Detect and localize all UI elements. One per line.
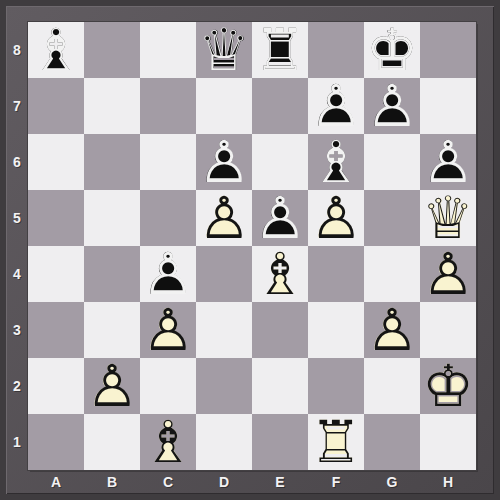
square-e6[interactable] bbox=[252, 134, 308, 190]
rank-label-1: 1 bbox=[6, 414, 28, 470]
square-e7[interactable] bbox=[252, 78, 308, 134]
chess-diagram-window: 87654321 ♝♗♛♕♜♖♚♔♟♙♟♙♟♙♝♗♟♙♟♙♟♙♟♙♛♕♟♙♝♗♟… bbox=[0, 0, 500, 500]
piece-black-queen-d8[interactable]: ♛♕ bbox=[196, 22, 252, 78]
square-a7[interactable] bbox=[28, 78, 84, 134]
square-h2[interactable]: ♚♔ bbox=[420, 358, 476, 414]
square-a4[interactable] bbox=[28, 246, 84, 302]
square-e2[interactable] bbox=[252, 358, 308, 414]
square-h5[interactable]: ♛♕ bbox=[420, 190, 476, 246]
white-king-outline-glyph: ♔ bbox=[422, 358, 474, 414]
square-e4[interactable]: ♝♗ bbox=[252, 246, 308, 302]
square-a2[interactable] bbox=[28, 358, 84, 414]
black-rook-outline-glyph: ♖ bbox=[254, 22, 306, 78]
square-f2[interactable] bbox=[308, 358, 364, 414]
square-b6[interactable] bbox=[84, 134, 140, 190]
piece-white-pawn-c3[interactable]: ♟♙ bbox=[140, 302, 196, 358]
square-g8[interactable]: ♚♔ bbox=[364, 22, 420, 78]
square-f7[interactable]: ♟♙ bbox=[308, 78, 364, 134]
square-b7[interactable] bbox=[84, 78, 140, 134]
square-g1[interactable] bbox=[364, 414, 420, 470]
black-pawn-outline-glyph: ♙ bbox=[366, 78, 418, 134]
rank-label-3: 3 bbox=[6, 302, 28, 358]
square-c7[interactable] bbox=[140, 78, 196, 134]
square-e8[interactable]: ♜♖ bbox=[252, 22, 308, 78]
black-bishop-outline-glyph: ♗ bbox=[30, 22, 82, 78]
square-d5[interactable]: ♟♙ bbox=[196, 190, 252, 246]
square-f8[interactable] bbox=[308, 22, 364, 78]
square-g7[interactable]: ♟♙ bbox=[364, 78, 420, 134]
rank-label-6: 6 bbox=[6, 134, 28, 190]
square-g2[interactable] bbox=[364, 358, 420, 414]
white-pawn-outline-glyph: ♙ bbox=[310, 190, 362, 246]
square-d1[interactable] bbox=[196, 414, 252, 470]
black-pawn-outline-glyph: ♙ bbox=[254, 190, 306, 246]
black-queen-outline-glyph: ♕ bbox=[198, 22, 250, 78]
square-g4[interactable] bbox=[364, 246, 420, 302]
square-c1[interactable]: ♝♗ bbox=[140, 414, 196, 470]
square-f3[interactable] bbox=[308, 302, 364, 358]
square-g5[interactable] bbox=[364, 190, 420, 246]
square-d8[interactable]: ♛♕ bbox=[196, 22, 252, 78]
square-h3[interactable] bbox=[420, 302, 476, 358]
white-pawn-outline-glyph: ♙ bbox=[142, 302, 194, 358]
piece-white-pawn-h4[interactable]: ♟♙ bbox=[420, 246, 476, 302]
piece-black-pawn-d6[interactable]: ♟♙ bbox=[196, 134, 252, 190]
square-a1[interactable] bbox=[28, 414, 84, 470]
white-queen-outline-glyph: ♕ bbox=[422, 190, 474, 246]
white-bishop-outline-glyph: ♗ bbox=[254, 246, 306, 302]
square-c4[interactable]: ♟♙ bbox=[140, 246, 196, 302]
square-h4[interactable]: ♟♙ bbox=[420, 246, 476, 302]
square-g6[interactable] bbox=[364, 134, 420, 190]
chess-board: ♝♗♛♕♜♖♚♔♟♙♟♙♟♙♝♗♟♙♟♙♟♙♟♙♛♕♟♙♝♗♟♙♟♙♟♙♟♙♚♔… bbox=[28, 22, 476, 470]
square-a3[interactable] bbox=[28, 302, 84, 358]
square-b5[interactable] bbox=[84, 190, 140, 246]
white-pawn-outline-glyph: ♙ bbox=[366, 302, 418, 358]
piece-black-rook-e8[interactable]: ♜♖ bbox=[252, 22, 308, 78]
square-c3[interactable]: ♟♙ bbox=[140, 302, 196, 358]
square-b4[interactable] bbox=[84, 246, 140, 302]
piece-white-rook-f1[interactable]: ♜♖ bbox=[308, 414, 364, 470]
piece-white-bishop-e4[interactable]: ♝♗ bbox=[252, 246, 308, 302]
file-label-b: B bbox=[84, 470, 140, 494]
square-d6[interactable]: ♟♙ bbox=[196, 134, 252, 190]
piece-white-pawn-g3[interactable]: ♟♙ bbox=[364, 302, 420, 358]
piece-white-bishop-c1[interactable]: ♝♗ bbox=[140, 414, 196, 470]
black-pawn-outline-glyph: ♙ bbox=[198, 134, 250, 190]
file-label-f: F bbox=[308, 470, 364, 494]
square-b3[interactable] bbox=[84, 302, 140, 358]
black-pawn-outline-glyph: ♙ bbox=[310, 78, 362, 134]
black-bishop-outline-glyph: ♗ bbox=[310, 134, 362, 190]
square-e1[interactable] bbox=[252, 414, 308, 470]
piece-black-bishop-f6[interactable]: ♝♗ bbox=[308, 134, 364, 190]
square-h1[interactable] bbox=[420, 414, 476, 470]
square-e3[interactable] bbox=[252, 302, 308, 358]
square-d7[interactable] bbox=[196, 78, 252, 134]
file-label-e: E bbox=[252, 470, 308, 494]
white-pawn-outline-glyph: ♙ bbox=[422, 246, 474, 302]
square-a5[interactable] bbox=[28, 190, 84, 246]
square-h6[interactable]: ♟♙ bbox=[420, 134, 476, 190]
square-b2[interactable]: ♟♙ bbox=[84, 358, 140, 414]
black-pawn-outline-glyph: ♙ bbox=[422, 134, 474, 190]
file-label-a: A bbox=[28, 470, 84, 494]
piece-black-pawn-f7[interactable]: ♟♙ bbox=[308, 78, 364, 134]
file-label-d: D bbox=[196, 470, 252, 494]
square-c6[interactable] bbox=[140, 134, 196, 190]
piece-black-pawn-e5[interactable]: ♟♙ bbox=[252, 190, 308, 246]
piece-white-pawn-d5[interactable]: ♟♙ bbox=[196, 190, 252, 246]
square-d2[interactable] bbox=[196, 358, 252, 414]
square-c8[interactable] bbox=[140, 22, 196, 78]
square-b1[interactable] bbox=[84, 414, 140, 470]
piece-white-pawn-f5[interactable]: ♟♙ bbox=[308, 190, 364, 246]
square-d3[interactable] bbox=[196, 302, 252, 358]
square-c5[interactable] bbox=[140, 190, 196, 246]
black-pawn-outline-glyph: ♙ bbox=[142, 246, 194, 302]
piece-black-king-g8[interactable]: ♚♔ bbox=[364, 22, 420, 78]
piece-black-pawn-g7[interactable]: ♟♙ bbox=[364, 78, 420, 134]
rank-label-2: 2 bbox=[6, 358, 28, 414]
white-bishop-outline-glyph: ♗ bbox=[142, 414, 194, 470]
rank-label-7: 7 bbox=[6, 78, 28, 134]
piece-black-bishop-a8[interactable]: ♝♗ bbox=[28, 22, 84, 78]
rank-label-8: 8 bbox=[6, 22, 28, 78]
square-e5[interactable]: ♟♙ bbox=[252, 190, 308, 246]
white-pawn-outline-glyph: ♙ bbox=[198, 190, 250, 246]
square-c2[interactable] bbox=[140, 358, 196, 414]
piece-black-pawn-h6[interactable]: ♟♙ bbox=[420, 134, 476, 190]
rank-label-4: 4 bbox=[6, 246, 28, 302]
square-f1[interactable]: ♜♖ bbox=[308, 414, 364, 470]
black-king-outline-glyph: ♔ bbox=[366, 22, 418, 78]
white-pawn-outline-glyph: ♙ bbox=[86, 358, 138, 414]
white-rook-outline-glyph: ♖ bbox=[310, 414, 362, 470]
square-b8[interactable] bbox=[84, 22, 140, 78]
square-f5[interactable]: ♟♙ bbox=[308, 190, 364, 246]
rank-label-5: 5 bbox=[6, 190, 28, 246]
square-h7[interactable] bbox=[420, 78, 476, 134]
square-d4[interactable] bbox=[196, 246, 252, 302]
file-label-h: H bbox=[420, 470, 476, 494]
square-f6[interactable]: ♝♗ bbox=[308, 134, 364, 190]
square-a8[interactable]: ♝♗ bbox=[28, 22, 84, 78]
file-label-g: G bbox=[364, 470, 420, 494]
square-h8[interactable] bbox=[420, 22, 476, 78]
piece-white-king-h2[interactable]: ♚♔ bbox=[420, 358, 476, 414]
piece-white-queen-h5[interactable]: ♛♕ bbox=[420, 190, 476, 246]
piece-black-pawn-c4[interactable]: ♟♙ bbox=[140, 246, 196, 302]
file-label-c: C bbox=[140, 470, 196, 494]
piece-white-pawn-b2[interactable]: ♟♙ bbox=[84, 358, 140, 414]
square-a6[interactable] bbox=[28, 134, 84, 190]
square-f4[interactable] bbox=[308, 246, 364, 302]
square-g3[interactable]: ♟♙ bbox=[364, 302, 420, 358]
